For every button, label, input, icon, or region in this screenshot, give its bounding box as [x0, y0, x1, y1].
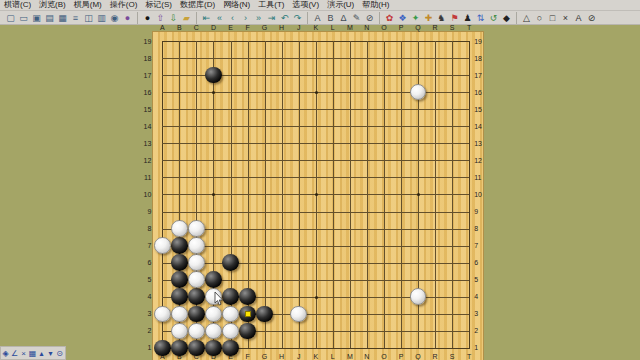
menu-item-0[interactable]: 棋谱(C): [0, 0, 35, 10]
stone-E3[interactable]: [222, 306, 239, 323]
move-down-icon[interactable]: ⇩: [168, 12, 180, 24]
coord-bottom-T: T: [465, 353, 473, 360]
coord-bottom-S: S: [448, 353, 456, 360]
rotate-tool-icon[interactable]: ↺: [488, 12, 500, 24]
main-toolbar: ▢▭▣▤▦≡◫▥◉●●⇧⇩▰⇤«‹›»⇥↶↷ABΔ✎⊘✿❖✦✚♞⚑♟⇅↺◆△○□…: [0, 11, 640, 25]
coord-top-G: G: [261, 24, 269, 31]
menu-item-10[interactable]: 帮助(H): [358, 0, 393, 10]
stone-C3[interactable]: [188, 306, 205, 323]
pencil-icon[interactable]: ✎: [351, 12, 363, 24]
letter-mark-icon[interactable]: A: [573, 12, 585, 24]
stone-D3[interactable]: [205, 306, 222, 323]
coord-left-15: 15: [139, 106, 151, 113]
stone-B8[interactable]: [171, 220, 188, 237]
stone-B6[interactable]: [171, 254, 188, 271]
diamond-tool-icon[interactable]: ❖: [397, 12, 409, 24]
board-view-icon[interactable]: ▤: [44, 12, 56, 24]
square-mark-icon[interactable]: □: [547, 12, 559, 24]
stone-E6[interactable]: [222, 254, 239, 271]
coord-bottom-J: J: [295, 353, 303, 360]
menu-item-9[interactable]: 演示(U): [323, 0, 358, 10]
coord-top-O: O: [380, 24, 388, 31]
coord-left-11: 11: [139, 174, 151, 181]
grid-line-v: [401, 41, 402, 348]
coord-bottom-Q: Q: [414, 353, 422, 360]
stone-E2[interactable]: [222, 323, 239, 340]
clear-mark-icon[interactable]: ⊘: [586, 12, 598, 24]
grid-line-h: [162, 263, 469, 264]
stone-F2[interactable]: [239, 323, 256, 340]
grid-line-v: [350, 41, 351, 348]
stone-C2[interactable]: [188, 323, 205, 340]
coord-right-10: 10: [474, 191, 486, 198]
stone-D5[interactable]: [205, 271, 222, 288]
stone-B1[interactable]: [171, 340, 188, 357]
coord-right-12: 12: [474, 157, 486, 164]
stone-F4[interactable]: [239, 288, 256, 305]
coord-bottom-O: O: [380, 353, 388, 360]
last-move-marker: [245, 311, 251, 317]
coord-right-9: 9: [474, 208, 486, 215]
label-group: ABΔ✎⊘: [307, 12, 376, 24]
coord-top-N: N: [363, 24, 371, 31]
folder-icon[interactable]: ▰: [181, 12, 193, 24]
coord-right-17: 17: [474, 72, 486, 79]
record-icon[interactable]: ●: [122, 12, 134, 24]
open-icon[interactable]: ▭: [18, 12, 30, 24]
coord-left-8: 8: [139, 225, 151, 232]
grid-line-v: [435, 41, 436, 348]
coord-top-T: T: [465, 24, 473, 31]
coord-top-S: S: [448, 24, 456, 31]
coord-left-18: 18: [139, 55, 151, 62]
grid-line-h: [162, 229, 469, 230]
coord-left-13: 13: [139, 140, 151, 147]
menu-item-1[interactable]: 浏览(B): [35, 0, 70, 10]
star-point-K4: [315, 296, 318, 299]
coord-right-15: 15: [474, 106, 486, 113]
erase-icon[interactable]: ⊘: [364, 12, 376, 24]
coord-left-19: 19: [139, 38, 151, 45]
stone-A1[interactable]: [154, 340, 171, 357]
coord-left-3: 3: [139, 310, 151, 317]
diamond-icon[interactable]: ◈: [1, 348, 10, 359]
knight-tool-icon[interactable]: ♞: [436, 12, 448, 24]
coord-right-5: 5: [474, 276, 486, 283]
coord-right-6: 6: [474, 259, 486, 266]
bottom-mini-toolbar: ◈∠×▦▴▾⊙: [0, 346, 66, 360]
coord-top-D: D: [209, 24, 217, 31]
stone-C7[interactable]: [188, 237, 205, 254]
forward-icon[interactable]: ›: [240, 12, 252, 24]
coord-left-14: 14: [139, 123, 151, 130]
black-stone-icon[interactable]: ●: [142, 12, 154, 24]
menu-item-6[interactable]: 网络(N): [219, 0, 254, 10]
coord-left-17: 17: [139, 72, 151, 79]
stone-B2[interactable]: [171, 323, 188, 340]
coord-bottom-H: H: [278, 353, 286, 360]
menu-item-2[interactable]: 棋局(M): [70, 0, 106, 10]
info-icon[interactable]: ◉: [109, 12, 121, 24]
coord-top-C: C: [192, 24, 200, 31]
grid-view-icon[interactable]: ▦: [57, 12, 69, 24]
flower-tool-icon[interactable]: ✿: [384, 12, 396, 24]
coord-right-14: 14: [474, 123, 486, 130]
navigation-group: ⇤«‹›»⇥↶↷: [196, 12, 304, 24]
redo-icon[interactable]: ↷: [292, 12, 304, 24]
solid-diamond-icon[interactable]: ◆: [501, 12, 513, 24]
grid-line-h: [162, 246, 469, 247]
chart-icon[interactable]: ▥: [96, 12, 108, 24]
move-up-icon[interactable]: ⇧: [155, 12, 167, 24]
back-icon[interactable]: ‹: [227, 12, 239, 24]
coord-top-R: R: [431, 24, 439, 31]
coord-left-2: 2: [139, 327, 151, 334]
back-fast-icon[interactable]: «: [214, 12, 226, 24]
menu-bar: 棋谱(C)浏览(B)棋局(M)操作(O)标记(S)数据库(D)网络(N)工具(T…: [0, 0, 640, 11]
menu-item-7[interactable]: 工具(T): [254, 0, 288, 10]
down-icon[interactable]: ▾: [46, 348, 55, 359]
swap-tool-icon[interactable]: ⇅: [475, 12, 487, 24]
coord-left-16: 16: [139, 89, 151, 96]
save-icon[interactable]: ▣: [31, 12, 43, 24]
coord-top-F: F: [244, 24, 252, 31]
stone-B3[interactable]: [171, 306, 188, 323]
coord-bottom-G: G: [261, 353, 269, 360]
coord-top-P: P: [397, 24, 405, 31]
coord-right-1: 1: [474, 344, 486, 351]
coord-left-6: 6: [139, 259, 151, 266]
coord-top-K: K: [312, 24, 320, 31]
coord-bottom-L: L: [329, 353, 337, 360]
grid-line-v: [367, 41, 368, 348]
mark-group: △○□×A⊘: [516, 12, 598, 24]
menu-item-4[interactable]: 标记(S): [141, 0, 176, 10]
close-icon[interactable]: ×: [19, 348, 28, 359]
coord-bottom-F: F: [244, 353, 252, 360]
coord-right-4: 4: [474, 293, 486, 300]
target-icon[interactable]: ⊙: [55, 348, 64, 359]
stone-D1[interactable]: [205, 340, 222, 357]
triangle-mark-icon[interactable]: △: [521, 12, 533, 24]
coord-right-18: 18: [474, 55, 486, 62]
coord-right-13: 13: [474, 140, 486, 147]
coord-left-12: 12: [139, 157, 151, 164]
forward-fast-icon[interactable]: »: [253, 12, 265, 24]
coord-left-1: 1: [139, 344, 151, 351]
file-group: ▢▭▣▤▦≡◫▥◉●: [1, 12, 134, 24]
menu-item-3[interactable]: 操作(O): [106, 0, 142, 10]
stone-G3[interactable]: [256, 306, 273, 323]
split-window-icon[interactable]: ◫: [83, 12, 95, 24]
coord-top-M: M: [346, 24, 354, 31]
new-icon[interactable]: ▢: [5, 12, 17, 24]
up-icon[interactable]: ▴: [37, 348, 46, 359]
grid-line-v: [333, 41, 334, 348]
cross-tool-icon[interactable]: ✚: [423, 12, 435, 24]
grid-line-h: [162, 212, 469, 213]
coord-left-4: 4: [139, 293, 151, 300]
stone-C6[interactable]: [188, 254, 205, 271]
stone-C4[interactable]: [188, 288, 205, 305]
coord-left-10: 10: [139, 191, 151, 198]
go-start-icon[interactable]: ⇤: [201, 12, 213, 24]
grid-line-v: [384, 41, 385, 348]
coord-right-19: 19: [474, 38, 486, 45]
coord-right-7: 7: [474, 242, 486, 249]
coord-right-3: 3: [474, 310, 486, 317]
undo-icon[interactable]: ↶: [279, 12, 291, 24]
stone-A3[interactable]: [154, 306, 171, 323]
tools-group: ✿❖✦✚♞⚑♟⇅↺◆: [379, 12, 513, 24]
circle-mark-icon[interactable]: ○: [534, 12, 546, 24]
x-mark-icon[interactable]: ×: [560, 12, 572, 24]
coord-right-11: 11: [474, 174, 486, 181]
menu-item-5[interactable]: 数据库(D): [176, 0, 219, 10]
coord-top-J: J: [295, 24, 303, 31]
coord-top-B: B: [175, 24, 183, 31]
pawn-tool-icon[interactable]: ♟: [462, 12, 474, 24]
letter-a-icon[interactable]: A: [312, 12, 324, 24]
letter-b-icon[interactable]: B: [325, 12, 337, 24]
coord-right-8: 8: [474, 225, 486, 232]
spark-tool-icon[interactable]: ✦: [410, 12, 422, 24]
angle-icon[interactable]: ∠: [10, 348, 19, 359]
coord-bottom-R: R: [431, 353, 439, 360]
coord-left-5: 5: [139, 276, 151, 283]
coord-bottom-P: P: [397, 353, 405, 360]
flag-tool-icon[interactable]: ⚑: [449, 12, 461, 24]
coord-left-9: 9: [139, 208, 151, 215]
stone-E1[interactable]: [222, 340, 239, 357]
coord-top-L: L: [329, 24, 337, 31]
grid-icon[interactable]: ▦: [28, 348, 37, 359]
stone-D2[interactable]: [205, 323, 222, 340]
stone-D17[interactable]: [205, 67, 222, 84]
tree-view-icon[interactable]: ≡: [70, 12, 82, 24]
coord-top-Q: Q: [414, 24, 422, 31]
coord-right-16: 16: [474, 89, 486, 96]
coord-right-2: 2: [474, 327, 486, 334]
coord-top-E: E: [227, 24, 235, 31]
stone-C1[interactable]: [188, 340, 205, 357]
coord-top-A: A: [158, 24, 166, 31]
coord-left-7: 7: [139, 242, 151, 249]
grid-line-v: [452, 41, 453, 348]
stone-C5[interactable]: [188, 271, 205, 288]
mouse-cursor: [214, 292, 224, 306]
go-end-icon[interactable]: ⇥: [266, 12, 278, 24]
stone-B4[interactable]: [171, 288, 188, 305]
coord-bottom-M: M: [346, 353, 354, 360]
stone-B7[interactable]: [171, 237, 188, 254]
stone-J3[interactable]: [290, 306, 307, 323]
coord-bottom-K: K: [312, 353, 320, 360]
stone-A7[interactable]: [154, 237, 171, 254]
edit-group: ●⇧⇩▰: [137, 12, 193, 24]
stone-E4[interactable]: [222, 288, 239, 305]
triangle-label-icon[interactable]: Δ: [338, 12, 350, 24]
coord-bottom-N: N: [363, 353, 371, 360]
coord-top-H: H: [278, 24, 286, 31]
stone-C8[interactable]: [188, 220, 205, 237]
menu-item-8[interactable]: 选项(V): [288, 0, 323, 10]
star-point-K16: [315, 91, 318, 94]
stone-B5[interactable]: [171, 271, 188, 288]
